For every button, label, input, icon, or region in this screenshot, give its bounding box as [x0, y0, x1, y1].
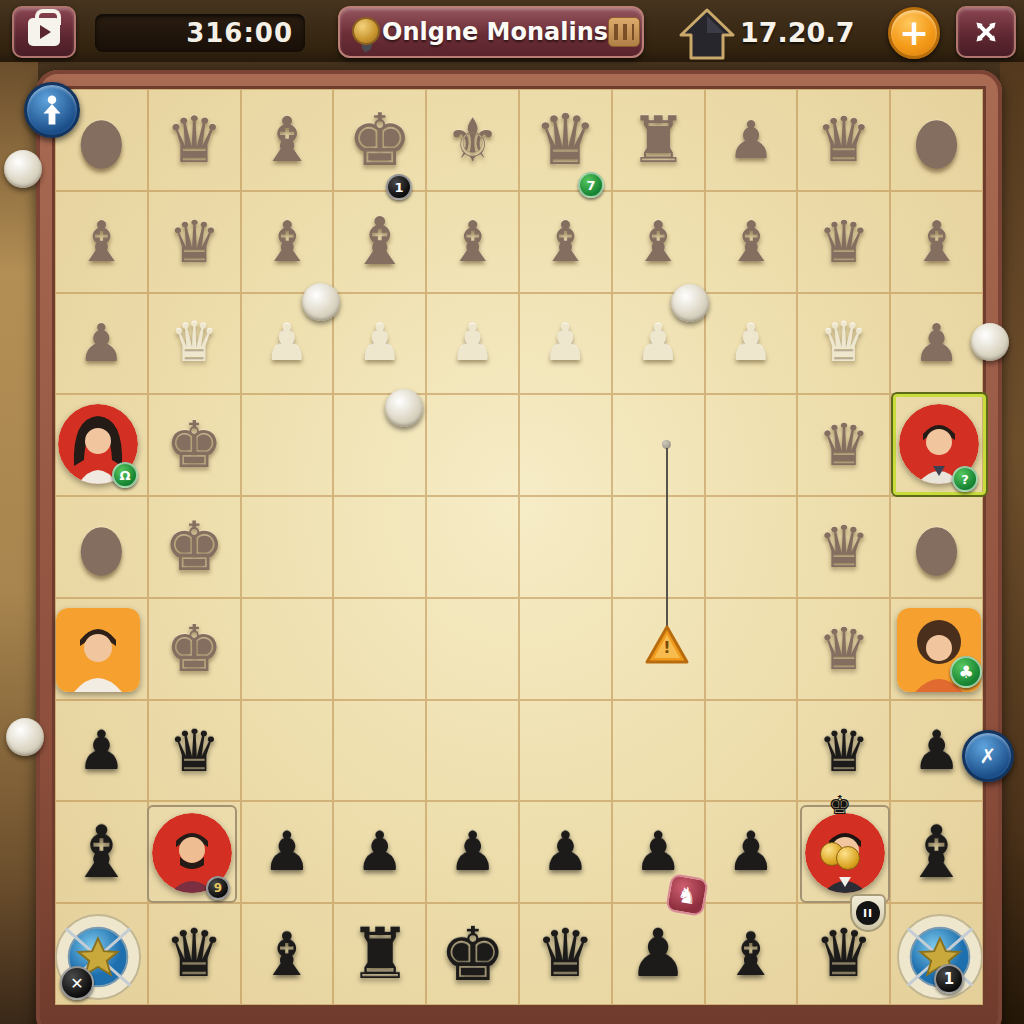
cell-r8c6[interactable]: ♟ — [519, 801, 612, 903]
cell-r7c5[interactable] — [426, 700, 519, 802]
cell-r3c4[interactable]: ♟ — [333, 293, 426, 395]
avatar-man-orange[interactable] — [56, 608, 140, 692]
cell-r7c7[interactable] — [612, 700, 705, 802]
black-pawn: ♟ — [356, 825, 404, 879]
cell-r1c4[interactable]: ♚ — [333, 89, 426, 191]
cell-r1c10[interactable]: ● — [890, 89, 983, 191]
cell-r9c4[interactable]: ♜ — [333, 903, 426, 1005]
avatar-badge-clover: ♣ — [950, 656, 982, 688]
black-crown: ♛ — [168, 722, 220, 780]
cell-r6c9[interactable]: ♛ — [797, 598, 890, 700]
cell-r2c1[interactable]: ♝ — [55, 191, 148, 293]
up-figure-icon — [35, 93, 69, 127]
black-pawn: ♟ — [448, 825, 496, 879]
brown-fleur-piece: ⚜ — [446, 110, 500, 170]
pebble-board-3 — [385, 389, 423, 427]
cell-r6c3[interactable] — [241, 598, 334, 700]
cell-r7c8[interactable] — [705, 700, 798, 802]
cell-r3c9[interactable]: ♛ — [797, 293, 890, 395]
shield-badge-label: II — [856, 901, 880, 925]
cell-r6c2[interactable]: ♚ — [148, 598, 241, 700]
brown-brush-queen: ♛ — [816, 109, 872, 171]
cell-r1c5[interactable]: ⚜ — [426, 89, 519, 191]
cell-r4c5[interactable] — [426, 394, 519, 496]
black-tulip-piece: ♝ — [904, 816, 969, 888]
cell-r7c9[interactable]: ♛ — [797, 700, 890, 802]
cell-r4c3[interactable] — [241, 394, 334, 496]
cell-r5c7[interactable] — [612, 496, 705, 598]
top-bar: 316:00 Onlgne Monalins 17.20.7 + — [0, 0, 1024, 62]
cell-r1c2[interactable]: ♛ — [148, 89, 241, 191]
cell-r2c9[interactable]: ♛ — [797, 191, 890, 293]
brown-ornate-bishop: ♝ — [259, 109, 315, 171]
shield-badge: II — [850, 894, 886, 932]
brown-queen: ♛ — [166, 108, 223, 172]
cell-r5c9[interactable]: ♛ — [797, 496, 890, 598]
cell-r3c10[interactable]: ♟ — [890, 293, 983, 395]
brown-drop-piece: ● — [913, 515, 960, 579]
brown-pawn: ♟ — [78, 317, 125, 369]
token-close-badge[interactable]: ✕ — [60, 966, 94, 1000]
cell-r2c6[interactable]: ♝ — [519, 191, 612, 293]
up-figure-button[interactable] — [24, 82, 80, 138]
cell-r2c4[interactable]: ♝ — [333, 191, 426, 293]
pebble-left-bottom — [6, 718, 44, 756]
cell-r1c8[interactable]: ♟ — [705, 89, 798, 191]
cell-r5c10[interactable]: ● — [890, 496, 983, 598]
brown-bishop: ♝ — [262, 214, 312, 270]
left-wood-margin — [0, 62, 38, 1024]
cell-r9c6[interactable]: ♛ — [519, 903, 612, 1005]
brown-crown: ♛ — [818, 620, 870, 678]
cell-r1c9[interactable]: ♛ — [797, 89, 890, 191]
cell-r4c9[interactable]: ♛ — [797, 394, 890, 496]
brown-drop-piece: ● — [913, 108, 960, 172]
black-rook: ♜ — [348, 919, 411, 989]
black-big-pawn: ♟ — [629, 921, 688, 987]
cell-r2c2[interactable]: ♛ — [148, 191, 241, 293]
pin-line — [666, 448, 668, 630]
cell-r3c5[interactable]: ♟ — [426, 293, 519, 395]
black-pawn: ♟ — [263, 825, 311, 879]
black-crown: ♛ — [818, 722, 870, 780]
cell-r4c2[interactable]: ♚ — [148, 394, 241, 496]
black-queen: ♛ — [536, 921, 595, 987]
black-queen: ♛ — [165, 921, 224, 987]
cell-r9c5[interactable]: ♚ — [426, 903, 519, 1005]
cell-r2c3[interactable]: ♝ — [241, 191, 334, 293]
cell-r5c4[interactable] — [333, 496, 426, 598]
pebble-left-top — [4, 150, 42, 188]
add-button[interactable]: + — [888, 7, 940, 59]
white-pawn: ♟ — [729, 318, 774, 368]
cell-r3c2[interactable]: ♛ — [148, 293, 241, 395]
cell-r9c3[interactable]: ♝ — [241, 903, 334, 1005]
white-crown: ♛ — [820, 316, 868, 370]
cell-r8c5[interactable]: ♟ — [426, 801, 519, 903]
white-pawn: ♟ — [450, 318, 495, 368]
brown-drop-piece: ● — [78, 515, 125, 579]
brown-bishop: ♝ — [447, 214, 497, 270]
white-pawn: ♟ — [265, 318, 310, 368]
black-pawn: ♟ — [634, 825, 682, 879]
black-bishop: ♝ — [724, 924, 778, 984]
cell-r7c2[interactable]: ♛ — [148, 700, 241, 802]
cell-r2c10[interactable]: ♝ — [890, 191, 983, 293]
brown-pawn: ♟ — [728, 114, 775, 166]
black-pawn: ♟ — [727, 825, 775, 879]
brown-king: ♚ — [166, 413, 223, 477]
black-pawn: ♟ — [77, 724, 125, 778]
medal-icon — [352, 17, 382, 47]
brown-king: ♚ — [166, 617, 223, 681]
cell-r1c7[interactable]: ♜ — [612, 89, 705, 191]
cell-r5c5[interactable] — [426, 496, 519, 598]
cell-r9c8[interactable]: ♝ — [705, 903, 798, 1005]
black-bishop: ♝ — [260, 924, 314, 984]
cell-r7c3[interactable] — [241, 700, 334, 802]
cell-r6c5[interactable] — [426, 598, 519, 700]
token-count-badge: 1 — [934, 964, 964, 994]
cell-r5c3[interactable] — [241, 496, 334, 598]
brown-bell-king: ♚ — [348, 104, 413, 176]
version-label: 17.20.7 — [740, 14, 850, 50]
avatar-crown-icon: ♚ — [828, 792, 851, 818]
warning-exclamation: ! — [660, 638, 674, 657]
timer-display: 316:00 — [95, 14, 305, 52]
cell-r3c6[interactable]: ♟ — [519, 293, 612, 395]
brown-bishop: ♝ — [540, 214, 590, 270]
cell-r7c1[interactable]: ♟ — [55, 700, 148, 802]
cell-r3c1[interactable]: ♟ — [55, 293, 148, 395]
cell-r8c8[interactable]: ♟ — [705, 801, 798, 903]
pebble-right — [971, 323, 1009, 361]
cell-r5c8[interactable] — [705, 496, 798, 598]
brown-rook: ♜ — [630, 108, 687, 172]
cell-r5c6[interactable] — [519, 496, 612, 598]
cell-r7c6[interactable] — [519, 700, 612, 802]
cell-r2c7[interactable]: ♝ — [612, 191, 705, 293]
brown-bishop: ♝ — [76, 214, 126, 270]
cell-r8c4[interactable]: ♟ — [333, 801, 426, 903]
brown-ornate-queen: ♛ — [534, 105, 597, 175]
white-pawn: ♟ — [543, 318, 588, 368]
avatar-badge-omega: Ω — [112, 462, 138, 488]
brown-crown: ♛ — [818, 213, 870, 271]
blue-action-button[interactable]: ✗ — [962, 730, 1014, 782]
piece-badge-7: 7 — [578, 172, 604, 198]
cell-r4c6[interactable] — [519, 394, 612, 496]
cell-r6c6[interactable] — [519, 598, 612, 700]
cell-r9c2[interactable]: ♛ — [148, 903, 241, 1005]
cell-r7c4[interactable] — [333, 700, 426, 802]
cell-r6c4[interactable] — [333, 598, 426, 700]
media-bag-icon — [28, 18, 60, 46]
brown-crown: ♛ — [168, 213, 220, 271]
avatar-badge-9: 9 — [206, 876, 230, 900]
wood-board-icon[interactable] — [608, 17, 640, 47]
cell-r4c8[interactable] — [705, 394, 798, 496]
knight-move-badge: ♞ — [665, 873, 709, 917]
brown-bishop: ♝ — [726, 214, 776, 270]
cell-r8c10[interactable]: ♝ — [890, 801, 983, 903]
black-king: ♚ — [439, 917, 505, 991]
brown-bishop: ♝ — [911, 214, 961, 270]
brown-tall-bishop: ♝ — [350, 209, 409, 275]
home-arrow-icon[interactable] — [678, 8, 736, 60]
cell-r5c1[interactable]: ● — [55, 496, 148, 598]
cell-r3c8[interactable]: ♟ — [705, 293, 798, 395]
white-pawn: ♟ — [357, 318, 402, 368]
black-pawn: ♟ — [912, 724, 960, 778]
brown-tall-king: ♚ — [164, 513, 225, 581]
brown-crown: ♛ — [818, 416, 870, 474]
coins-icon — [820, 842, 864, 868]
white-pawn: ♟ — [636, 318, 681, 368]
right-wood-margin — [1000, 62, 1024, 1024]
app-screen: ●♛♝♚⚜♛♜♟♛●♝♛♝♝♝♝♝♝♛♝♟♛♟♟♟♟♟♟♛♟♚♛●♚♛●♚♛♟♛… — [0, 0, 1024, 1024]
cell-r9c7[interactable]: ♟ — [612, 903, 705, 1005]
cell-r5c2[interactable]: ♚ — [148, 496, 241, 598]
cell-r1c3[interactable]: ♝ — [241, 89, 334, 191]
cell-r8c1[interactable]: ♝ — [55, 801, 148, 903]
piece-badge-1: 1 — [386, 174, 412, 200]
cell-r4c7[interactable] — [612, 394, 705, 496]
cell-r6c8[interactable] — [705, 598, 798, 700]
cell-r2c8[interactable]: ♝ — [705, 191, 798, 293]
pebble-board-1 — [302, 283, 340, 321]
white-crown: ♛ — [170, 316, 218, 370]
crossed-arrows-icon — [970, 16, 1002, 48]
brown-bishop: ♝ — [633, 214, 683, 270]
black-pawn: ♟ — [541, 825, 589, 879]
avatar-badge-question: ? — [952, 466, 978, 492]
brown-drop-piece: ● — [78, 108, 125, 172]
mode-title: Onlgne Monalins — [382, 18, 608, 46]
media-button[interactable] — [12, 6, 76, 58]
brown-pawn: ♟ — [913, 317, 960, 369]
title-panel[interactable]: Onlgne Monalins — [338, 6, 644, 58]
black-tulip-piece: ♝ — [69, 816, 134, 888]
cell-r8c3[interactable]: ♟ — [241, 801, 334, 903]
brown-crown: ♛ — [818, 518, 870, 576]
pebble-board-2 — [671, 284, 709, 322]
moves-button[interactable] — [956, 6, 1016, 58]
cell-r2c5[interactable]: ♝ — [426, 191, 519, 293]
